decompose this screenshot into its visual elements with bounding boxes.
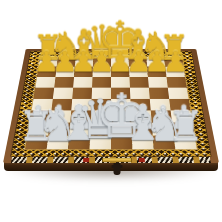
square-b2: ♟ xyxy=(48,123,70,136)
square-b6 xyxy=(54,77,74,88)
square-d7: ♟ xyxy=(93,67,111,77)
square-e8: ♚ xyxy=(111,57,129,67)
square-h3 xyxy=(171,110,193,122)
square-g1: ♞ xyxy=(153,136,176,150)
square-a6 xyxy=(35,77,55,88)
square-e6 xyxy=(111,77,130,88)
square-h5 xyxy=(168,88,189,99)
square-g3 xyxy=(151,110,172,122)
square-g5 xyxy=(149,88,169,99)
square-h7: ♟ xyxy=(165,67,185,77)
square-b4 xyxy=(51,99,72,111)
square-h2: ♟ xyxy=(172,123,194,136)
inlay-stripe-band xyxy=(11,157,211,163)
square-a1: ♜ xyxy=(25,136,48,150)
square-g6 xyxy=(148,77,168,88)
board-squares: ♜♞♝♛♚♝♞♜♟♟♟♟♟♟♟♟♟♟♟♟♟♟♟♟♜♞♝♛♚♝♞♜ xyxy=(25,57,197,149)
latch-red-accent-left xyxy=(83,158,89,163)
square-f1: ♝ xyxy=(132,136,154,150)
square-d2: ♟ xyxy=(90,123,111,136)
square-c1: ♝ xyxy=(68,136,90,150)
square-a3 xyxy=(30,110,52,122)
square-f3 xyxy=(131,110,152,122)
square-a4 xyxy=(32,99,53,111)
square-h6 xyxy=(166,77,186,88)
square-a5 xyxy=(33,88,54,99)
square-e7: ♟ xyxy=(111,67,129,77)
square-g8: ♞ xyxy=(146,57,165,67)
square-b1: ♞ xyxy=(47,136,70,150)
square-f8: ♝ xyxy=(129,57,147,67)
square-f5 xyxy=(130,88,150,99)
square-c8: ♝ xyxy=(75,57,93,67)
square-b5 xyxy=(53,88,73,99)
square-h4 xyxy=(169,99,190,111)
square-h8: ♜ xyxy=(164,57,183,67)
latch-red-accent-right xyxy=(139,158,145,163)
square-f4 xyxy=(130,99,150,111)
square-d6 xyxy=(92,77,111,88)
square-d4 xyxy=(91,99,111,111)
square-f7: ♟ xyxy=(129,67,148,77)
square-f6 xyxy=(129,77,148,88)
square-a2: ♟ xyxy=(27,123,49,136)
square-c4 xyxy=(71,99,91,111)
square-c5 xyxy=(72,88,92,99)
square-g4 xyxy=(150,99,171,111)
square-h1: ♜ xyxy=(174,136,197,150)
square-g7: ♟ xyxy=(147,67,166,77)
square-b7: ♟ xyxy=(56,67,75,77)
square-a8: ♜ xyxy=(39,57,58,67)
square-b8: ♞ xyxy=(57,57,76,67)
square-c3 xyxy=(70,110,91,122)
square-c7: ♟ xyxy=(74,67,93,77)
square-f2: ♟ xyxy=(131,123,152,136)
square-c2: ♟ xyxy=(69,123,90,136)
square-e2: ♟ xyxy=(111,123,132,136)
chess-board: ♜♞♝♛♚♝♞♜♟♟♟♟♟♟♟♟♟♟♟♟♟♟♟♟♜♞♝♛♚♝♞♜ xyxy=(3,49,219,163)
chess-set-photo: ♜♞♝♛♚♝♞♜♟♟♟♟♟♟♟♟♟♟♟♟♟♟♟♟♜♞♝♛♚♝♞♜ xyxy=(0,0,222,222)
square-d1: ♛ xyxy=(90,136,111,150)
square-e5 xyxy=(111,88,130,99)
square-e3 xyxy=(111,110,131,122)
square-e1: ♚ xyxy=(111,136,132,150)
square-a7: ♟ xyxy=(37,67,57,77)
square-e4 xyxy=(111,99,131,111)
box-clasp-icon xyxy=(114,162,121,175)
square-c6 xyxy=(73,77,92,88)
square-d5 xyxy=(92,88,111,99)
square-d8: ♛ xyxy=(93,57,111,67)
square-d3 xyxy=(91,110,111,122)
latch-plate xyxy=(102,158,132,163)
square-g2: ♟ xyxy=(152,123,174,136)
square-b3 xyxy=(50,110,71,122)
